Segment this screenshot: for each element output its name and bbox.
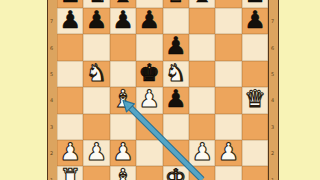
square-b6[interactable] [83,34,109,60]
square-b2[interactable]: ♟ [83,140,109,166]
square-h7[interactable]: ♟ [242,8,268,34]
piece-white-bishop-c4[interactable]: ♝ [112,86,134,112]
square-d7[interactable]: ♟ [136,8,162,34]
square-a3[interactable] [57,114,83,140]
square-a4[interactable] [57,87,83,113]
square-h6[interactable] [242,34,268,60]
board-frame-right [268,0,279,180]
square-a6[interactable] [57,34,83,60]
square-g6[interactable] [215,34,241,60]
square-g5[interactable] [215,61,241,87]
piece-black-bishop-f8[interactable]: ♝ [191,0,213,7]
square-c6[interactable] [110,34,136,60]
piece-white-pawn-b2[interactable]: ♟ [86,139,108,165]
square-f5[interactable] [189,61,215,87]
square-e6[interactable]: ♟ [163,34,189,60]
square-c4[interactable]: ♝ [110,87,136,113]
square-c5[interactable] [110,61,136,87]
square-e8[interactable]: ♛ [163,0,189,8]
square-f2[interactable]: ♟ [189,140,215,166]
square-d2[interactable] [136,140,162,166]
square-e2[interactable] [163,140,189,166]
piece-black-king-d5[interactable]: ♚ [139,60,161,86]
piece-black-queen-e8[interactable]: ♛ [165,0,187,7]
piece-black-pawn-e4[interactable]: ♟ [165,86,187,112]
square-h2[interactable] [242,140,268,166]
square-f6[interactable] [189,34,215,60]
square-c1[interactable]: ♝ [110,166,136,180]
square-g8[interactable] [215,0,241,8]
square-g7[interactable] [215,8,241,34]
square-b7[interactable]: ♟ [83,8,109,34]
square-b1[interactable] [83,166,109,180]
square-b5[interactable]: ♞ [83,61,109,87]
square-h5[interactable] [242,61,268,87]
piece-black-pawn-c7[interactable]: ♟ [112,7,134,33]
square-a5[interactable] [57,61,83,87]
square-f4[interactable] [189,87,215,113]
square-e5[interactable]: ♞ [163,61,189,87]
page-background: ♜♞♝♛♝♜♟♟♟♟♟♟♞♚♞♝♟♟♛♟♟♟♟♟♜♝♚ 887766554433… [0,0,320,180]
piece-white-rook-a1[interactable]: ♜ [59,165,81,180]
piece-white-pawn-f2[interactable]: ♟ [191,139,213,165]
square-e3[interactable] [163,114,189,140]
chess-board[interactable]: ♜♞♝♛♝♜♟♟♟♟♟♟♞♚♞♝♟♟♛♟♟♟♟♟♜♝♚ [57,0,268,180]
piece-white-knight-b5[interactable]: ♞ [86,60,108,86]
piece-black-pawn-e6[interactable]: ♟ [165,33,187,59]
square-d1[interactable] [136,166,162,180]
square-a1[interactable]: ♜ [57,166,83,180]
square-f3[interactable] [189,114,215,140]
piece-black-pawn-a7[interactable]: ♟ [59,7,81,33]
square-g3[interactable] [215,114,241,140]
square-g4[interactable] [215,87,241,113]
piece-white-king-e1[interactable]: ♚ [165,165,187,180]
square-f8[interactable]: ♝ [189,0,215,8]
square-h4[interactable]: ♛ [242,87,268,113]
piece-white-pawn-d4[interactable]: ♟ [139,86,161,112]
square-e1[interactable]: ♚ [163,166,189,180]
piece-white-bishop-c1[interactable]: ♝ [112,165,134,180]
square-d4[interactable]: ♟ [136,87,162,113]
square-c7[interactable]: ♟ [110,8,136,34]
piece-black-pawn-b7[interactable]: ♟ [86,7,108,33]
piece-white-pawn-c2[interactable]: ♟ [112,139,134,165]
square-h1[interactable] [242,166,268,180]
square-e7[interactable] [163,8,189,34]
square-f7[interactable] [189,8,215,34]
square-g2[interactable]: ♟ [215,140,241,166]
square-d6[interactable] [136,34,162,60]
square-b3[interactable] [83,114,109,140]
square-c2[interactable]: ♟ [110,140,136,166]
square-f1[interactable] [189,166,215,180]
square-a7[interactable]: ♟ [57,8,83,34]
square-c3[interactable] [110,114,136,140]
square-g1[interactable] [215,166,241,180]
piece-white-queen-h4[interactable]: ♛ [244,86,266,112]
square-e4[interactable]: ♟ [163,87,189,113]
piece-white-pawn-a2[interactable]: ♟ [59,139,81,165]
square-d5[interactable]: ♚ [136,61,162,87]
square-h3[interactable] [242,114,268,140]
square-a2[interactable]: ♟ [57,140,83,166]
piece-white-knight-e5[interactable]: ♞ [165,60,187,86]
square-b4[interactable] [83,87,109,113]
piece-black-pawn-d7[interactable]: ♟ [139,7,161,33]
piece-black-pawn-h7[interactable]: ♟ [244,7,266,33]
square-d3[interactable] [136,114,162,140]
piece-white-pawn-g2[interactable]: ♟ [218,139,240,165]
